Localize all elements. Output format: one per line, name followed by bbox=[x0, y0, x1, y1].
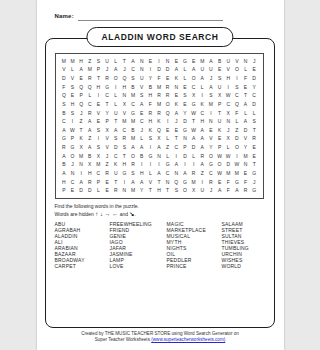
grid-cell: A bbox=[129, 143, 138, 152]
grid-cell: G bbox=[146, 152, 155, 161]
grid-cell: M bbox=[207, 100, 216, 109]
grid-cell: S bbox=[94, 57, 103, 66]
grid-cell: A bbox=[198, 161, 207, 170]
grid-cell: L bbox=[250, 109, 259, 118]
grid-cell: C bbox=[129, 66, 138, 75]
grid-cell: S bbox=[137, 92, 146, 101]
grid-cell: Y bbox=[241, 143, 250, 152]
grid-cell: T bbox=[172, 135, 181, 144]
grid-cell: B bbox=[146, 83, 155, 92]
grid-cell: T bbox=[120, 152, 129, 161]
grid-cell: H bbox=[120, 83, 129, 92]
grid-cell: A bbox=[137, 143, 146, 152]
grid-cell: M bbox=[68, 57, 77, 66]
grid-cell: N bbox=[137, 57, 146, 66]
grid-cell: D bbox=[181, 152, 190, 161]
grid-cell: M bbox=[120, 117, 129, 126]
grid-cell: N bbox=[137, 66, 146, 75]
grid-cell: P bbox=[103, 117, 112, 126]
grid-cell: W bbox=[224, 152, 233, 161]
grid-cell: S bbox=[68, 83, 77, 92]
puzzle-grid-box: MMHZSULTANEINEGEMABUVNJVLAMPJAJCNIDDALAU… bbox=[55, 53, 264, 199]
grid-cell: P bbox=[68, 135, 77, 144]
grid-cell: A bbox=[85, 117, 94, 126]
grid-cell: S bbox=[233, 83, 242, 92]
grid-cell: R bbox=[163, 92, 172, 101]
grid-cell: P bbox=[215, 100, 224, 109]
grid-cell: O bbox=[207, 152, 216, 161]
grid-cell: X bbox=[224, 135, 233, 144]
footer-credit: Created by THE MUSIC TEACHER STORE using… bbox=[37, 331, 284, 342]
grid-cell: I bbox=[172, 152, 181, 161]
grid-cell: C bbox=[94, 169, 103, 178]
grid-cell: J bbox=[137, 126, 146, 135]
grid-cell: D bbox=[181, 117, 190, 126]
grid-cell: L bbox=[94, 186, 103, 195]
grid-cell: H bbox=[137, 169, 146, 178]
grid-cell: S bbox=[129, 169, 138, 178]
grid-cell: F bbox=[241, 74, 250, 83]
grid-cell: R bbox=[120, 135, 129, 144]
grid-cell: Z bbox=[77, 117, 86, 126]
grid-cell: L bbox=[181, 74, 190, 83]
grid-cell: I bbox=[120, 178, 129, 187]
grid-cell: V bbox=[94, 109, 103, 118]
grid-cell: R bbox=[241, 186, 250, 195]
footer-line2: Super Teacher Worksheets (www.superteach… bbox=[37, 337, 284, 343]
grid-cell: S bbox=[146, 135, 155, 144]
grid-cell: I bbox=[233, 152, 242, 161]
grid-cell: K bbox=[146, 126, 155, 135]
grid-cell: T bbox=[120, 57, 129, 66]
grid-cell: I bbox=[224, 83, 233, 92]
grid-cell: E bbox=[172, 57, 181, 66]
instructions-find: Find the following words in the puzzle. bbox=[55, 203, 140, 209]
grid-cell: E bbox=[181, 83, 190, 92]
grid-cell: K bbox=[172, 100, 181, 109]
grid-cell: U bbox=[215, 117, 224, 126]
grid-cell: C bbox=[129, 100, 138, 109]
grid-cell: T bbox=[111, 117, 120, 126]
grid-cell: W bbox=[224, 92, 233, 101]
grid-cell: A bbox=[172, 161, 181, 170]
grid-cell: I bbox=[77, 169, 86, 178]
grid-cell: I bbox=[233, 74, 242, 83]
grid-cell: X bbox=[77, 143, 86, 152]
grid-cell: R bbox=[146, 109, 155, 118]
grid-cell: H bbox=[224, 74, 233, 83]
grid-cell: L bbox=[181, 66, 190, 75]
grid-cell: M bbox=[60, 57, 69, 66]
grid-cell: P bbox=[77, 92, 86, 101]
grid-cell: L bbox=[146, 169, 155, 178]
grid-cell: L bbox=[163, 152, 172, 161]
grid-cell: P bbox=[181, 143, 190, 152]
grid-cell: G bbox=[181, 57, 190, 66]
puzzle-title: ALADDIN WORD SEARCH bbox=[86, 27, 233, 47]
grid-cell: D bbox=[111, 143, 120, 152]
grid-cell: N bbox=[241, 161, 250, 170]
grid-cell: E bbox=[250, 143, 259, 152]
grid-cell: A bbox=[198, 126, 207, 135]
grid-cell: E bbox=[103, 178, 112, 187]
grid-cell: M bbox=[241, 152, 250, 161]
grid-cell: V bbox=[207, 135, 216, 144]
grid-cell: G bbox=[163, 161, 172, 170]
grid-cell: N bbox=[224, 117, 233, 126]
grid-cell: J bbox=[120, 66, 129, 75]
instructions-directions: Words are hidden ↑ ↓ → ← and ↘. bbox=[55, 210, 136, 217]
grid-cell: A bbox=[85, 143, 94, 152]
grid-cell: O bbox=[233, 143, 242, 152]
grid-cell: E bbox=[215, 135, 224, 144]
grid-cell: U bbox=[215, 83, 224, 92]
grid-cell: E bbox=[137, 109, 146, 118]
grid-cell: A bbox=[111, 66, 120, 75]
grid-cell: N bbox=[120, 186, 129, 195]
grid-cell: G bbox=[250, 169, 259, 178]
grid-cell: C bbox=[85, 100, 94, 109]
grid-cell: G bbox=[233, 178, 242, 187]
grid-cell: C bbox=[60, 117, 69, 126]
grid-cell: S bbox=[94, 143, 103, 152]
grid-cell: I bbox=[137, 161, 146, 170]
grid-cell: D bbox=[224, 161, 233, 170]
grid-cell: C bbox=[224, 100, 233, 109]
grid-cell: X bbox=[189, 92, 198, 101]
grid-cell: T bbox=[146, 186, 155, 195]
grid-cell: M bbox=[94, 161, 103, 170]
grid-cell: A bbox=[241, 117, 250, 126]
grid-cell: R bbox=[85, 74, 94, 83]
grid-cell: M bbox=[129, 135, 138, 144]
grid-cell: I bbox=[146, 143, 155, 152]
grid-cell: G bbox=[129, 109, 138, 118]
grid-cell: D bbox=[241, 126, 250, 135]
grid-cell: E bbox=[241, 169, 250, 178]
grid-cell: J bbox=[250, 57, 259, 66]
grid-cell: V bbox=[241, 135, 250, 144]
word-column-1: ABUAGRABAHALADDINALIARABIANBAZAARBROADWA… bbox=[55, 221, 110, 269]
grid-cell: H bbox=[146, 92, 155, 101]
grid-cell: R bbox=[155, 92, 164, 101]
grid-cell: M bbox=[189, 178, 198, 187]
grid-cell: G bbox=[68, 143, 77, 152]
grid-cell: P bbox=[94, 178, 103, 187]
grid-cell: R bbox=[207, 178, 216, 187]
grid-cell: B bbox=[129, 83, 138, 92]
grid-cell: E bbox=[163, 126, 172, 135]
grid-cell: Y bbox=[250, 83, 259, 92]
grid-cell: L bbox=[68, 66, 77, 75]
grid-cell: L bbox=[241, 66, 250, 75]
word-item: CARPET bbox=[55, 263, 110, 269]
grid-cell: I bbox=[207, 109, 216, 118]
grid-cell: K bbox=[111, 161, 120, 170]
grid-cell: U bbox=[207, 66, 216, 75]
grid-cell: K bbox=[77, 135, 86, 144]
grid-cell: Y bbox=[103, 109, 112, 118]
grid-cell: L bbox=[111, 100, 120, 109]
word-column-3: MAGICMARKETPLACEMUSICALMYTHNIGHTSOILPEDD… bbox=[167, 221, 222, 269]
grid-cell: E bbox=[77, 74, 86, 83]
footer-line2-text: Super Teacher Worksheets bbox=[95, 337, 150, 342]
grid-cell: H bbox=[85, 169, 94, 178]
grid-cell: E bbox=[250, 66, 259, 75]
grid-cell: C bbox=[68, 178, 77, 187]
grid-cell: G bbox=[103, 83, 112, 92]
grid-cell: L bbox=[198, 83, 207, 92]
grid-cell: S bbox=[60, 100, 69, 109]
grid-cell: R bbox=[189, 169, 198, 178]
grid-cell: B bbox=[215, 57, 224, 66]
grid-cell: E bbox=[215, 178, 224, 187]
grid-cell: U bbox=[198, 186, 207, 195]
grid-cell: M bbox=[224, 169, 233, 178]
grid-cell: J bbox=[103, 66, 112, 75]
grid-cell: A bbox=[233, 186, 242, 195]
grid-cell: M bbox=[129, 186, 138, 195]
word-item: LOVE bbox=[110, 263, 167, 269]
grid-cell: E bbox=[68, 186, 77, 195]
grid-cell: A bbox=[129, 57, 138, 66]
grid-cell: N bbox=[181, 135, 190, 144]
grid-cell: W bbox=[68, 126, 77, 135]
grid-cell: A bbox=[60, 169, 69, 178]
name-blank-line bbox=[78, 13, 223, 21]
grid-cell: L bbox=[224, 143, 233, 152]
grid-cell: I bbox=[94, 92, 103, 101]
grid-cell: C bbox=[103, 92, 112, 101]
grid-cell: A bbox=[77, 178, 86, 187]
grid-cell: O bbox=[111, 74, 120, 83]
word-item: WORLD bbox=[222, 263, 267, 269]
grid-cell: U bbox=[111, 109, 120, 118]
grid-cell: T bbox=[189, 117, 198, 126]
grid-cell: U bbox=[198, 66, 207, 75]
grid-cell: L bbox=[189, 152, 198, 161]
grid-cell: N bbox=[172, 83, 181, 92]
grid-cell: Q bbox=[233, 100, 242, 109]
grid-cell: N bbox=[155, 152, 164, 161]
name-label: Name: bbox=[55, 13, 74, 19]
grid-cell: H bbox=[77, 57, 86, 66]
grid-cell: N bbox=[163, 178, 172, 187]
grid-cell: J bbox=[103, 152, 112, 161]
grid-cell: E bbox=[163, 74, 172, 83]
grid-cell: M bbox=[77, 152, 86, 161]
grid-cell: P bbox=[94, 66, 103, 75]
letter-grid: MMHZSULTANEINEGEMABUVNJVLAMPJAJCNIDDALAU… bbox=[60, 57, 259, 195]
grid-cell: N bbox=[120, 92, 129, 101]
grid-cell: X bbox=[85, 161, 94, 170]
grid-cell: J bbox=[172, 117, 181, 126]
grid-cell: A bbox=[198, 143, 207, 152]
grid-cell: J bbox=[77, 109, 86, 118]
grid-cell: N bbox=[68, 169, 77, 178]
grid-cell: N bbox=[241, 57, 250, 66]
word-column-4: SALAAMSTREETSULTANTHIEVESTUMBLINGURCHINW… bbox=[222, 221, 267, 269]
grid-cell: N bbox=[163, 57, 172, 66]
grid-cell: T bbox=[103, 100, 112, 109]
grid-cell: E bbox=[103, 186, 112, 195]
grid-cell: T bbox=[215, 109, 224, 118]
grid-cell: S bbox=[68, 109, 77, 118]
grid-cell: B bbox=[60, 109, 69, 118]
grid-cell: A bbox=[137, 100, 146, 109]
grid-cell: D bbox=[77, 186, 86, 195]
grid-cell: F bbox=[224, 186, 233, 195]
grid-cell: E bbox=[215, 66, 224, 75]
grid-cell: R bbox=[85, 178, 94, 187]
grid-cell: M bbox=[198, 57, 207, 66]
grid-cell: R bbox=[155, 109, 164, 118]
grid-cell: Z bbox=[85, 57, 94, 66]
grid-cell: D bbox=[163, 66, 172, 75]
grid-cell: Z bbox=[103, 161, 112, 170]
grid-cell: V bbox=[233, 57, 242, 66]
grid-cell: A bbox=[77, 66, 86, 75]
grid-cell: Y bbox=[207, 143, 216, 152]
grid-cell: N bbox=[172, 169, 181, 178]
grid-cell: T bbox=[250, 161, 259, 170]
grid-cell: T bbox=[77, 126, 86, 135]
grid-cell: K bbox=[198, 100, 207, 109]
grid-cell: G bbox=[250, 186, 259, 195]
grid-cell: Y bbox=[146, 74, 155, 83]
grid-cell: G bbox=[189, 100, 198, 109]
grid-cell: A bbox=[198, 74, 207, 83]
grid-cell: H bbox=[120, 161, 129, 170]
grid-cell: R bbox=[129, 161, 138, 170]
worksheet-page: Name: ALADDIN WORD SEARCH MMHZSULTANEINE… bbox=[37, 0, 284, 350]
grid-cell: D bbox=[189, 143, 198, 152]
grid-cell: C bbox=[189, 83, 198, 92]
grid-cell: H bbox=[198, 117, 207, 126]
grid-cell: O bbox=[129, 152, 138, 161]
grid-cell: V bbox=[103, 135, 112, 144]
grid-cell: O bbox=[233, 66, 242, 75]
grid-cell: O bbox=[163, 100, 172, 109]
grid-cell: R bbox=[163, 83, 172, 92]
grid-cell: I bbox=[198, 92, 207, 101]
grid-cell: K bbox=[172, 74, 181, 83]
grid-cell: R bbox=[250, 135, 259, 144]
grid-cell: A bbox=[207, 83, 216, 92]
grid-cell: P bbox=[215, 143, 224, 152]
grid-cell: A bbox=[198, 135, 207, 144]
grid-cell: E bbox=[146, 57, 155, 66]
grid-cell: W bbox=[215, 169, 224, 178]
grid-cell: J bbox=[224, 126, 233, 135]
grid-cell: J bbox=[207, 74, 216, 83]
grid-cell: L bbox=[137, 135, 146, 144]
grid-cell: R bbox=[103, 74, 112, 83]
grid-cell: N bbox=[77, 161, 86, 170]
grid-cell: Z bbox=[85, 135, 94, 144]
grid-cell: E bbox=[94, 100, 103, 109]
grid-cell: T bbox=[163, 186, 172, 195]
grid-cell: E bbox=[172, 126, 181, 135]
grid-cell: R bbox=[103, 169, 112, 178]
grid-cell: E bbox=[189, 57, 198, 66]
grid-cell: S bbox=[111, 135, 120, 144]
grid-cell: C bbox=[207, 169, 216, 178]
grid-cell: O bbox=[181, 186, 190, 195]
grid-cell: Z bbox=[198, 169, 207, 178]
grid-cell: S bbox=[250, 117, 259, 126]
grid-cell: D bbox=[250, 100, 259, 109]
grid-cell: R bbox=[111, 186, 120, 195]
grid-cell: V bbox=[68, 74, 77, 83]
grid-cell: F bbox=[224, 178, 233, 187]
grid-cell: I bbox=[146, 161, 155, 170]
grid-cell: E bbox=[241, 83, 250, 92]
grid-cell: U bbox=[137, 74, 146, 83]
grid-cell: J bbox=[68, 161, 77, 170]
grid-cell: U bbox=[103, 57, 112, 66]
grid-cell: T bbox=[250, 126, 259, 135]
grid-cell: E bbox=[172, 92, 181, 101]
grid-cell: W bbox=[233, 161, 242, 170]
grid-cell: U bbox=[224, 57, 233, 66]
grid-cell: G bbox=[181, 178, 190, 187]
grid-cell: M bbox=[155, 100, 164, 109]
grid-cell: T bbox=[111, 178, 120, 187]
grid-cell: I bbox=[94, 135, 103, 144]
grid-cell: V bbox=[224, 66, 233, 75]
grid-cell: I bbox=[146, 66, 155, 75]
grid-cell: A bbox=[60, 126, 69, 135]
grid-cell: X bbox=[215, 92, 224, 101]
grid-cell: M bbox=[129, 117, 138, 126]
grid-cell: R bbox=[198, 152, 207, 161]
grid-cell: U bbox=[111, 169, 120, 178]
grid-cell: X bbox=[189, 186, 198, 195]
grid-cell: Q bbox=[163, 109, 172, 118]
grid-cell: L bbox=[241, 109, 250, 118]
grid-cell: Q bbox=[77, 83, 86, 92]
grid-cell: A bbox=[241, 100, 250, 109]
grid-cell: D bbox=[60, 74, 69, 83]
grid-cell: H bbox=[68, 100, 77, 109]
grid-cell: I bbox=[181, 161, 190, 170]
grid-cell: M bbox=[155, 83, 164, 92]
grid-cell: V bbox=[137, 83, 146, 92]
grid-cell: E bbox=[94, 117, 103, 126]
grid-cell: Q bbox=[155, 126, 164, 135]
grid-cell: F bbox=[60, 83, 69, 92]
grid-cell: A bbox=[137, 178, 146, 187]
grid-cell: B bbox=[85, 152, 94, 161]
grid-cell: S bbox=[181, 92, 190, 101]
grid-cell: I bbox=[198, 178, 207, 187]
grid-cell: H bbox=[155, 186, 164, 195]
grid-cell: D bbox=[233, 135, 242, 144]
grid-cell: W bbox=[189, 126, 198, 135]
grid-cell: G bbox=[207, 161, 216, 170]
grid-cell: L bbox=[85, 92, 94, 101]
worksheet-link[interactable]: (www.superteacherworksheets.com) bbox=[151, 337, 225, 342]
grid-cell: R bbox=[60, 143, 69, 152]
grid-cell: C bbox=[137, 117, 146, 126]
grid-cell: M bbox=[129, 92, 138, 101]
grid-cell: W bbox=[189, 109, 198, 118]
grid-cell: V bbox=[60, 66, 69, 75]
grid-cell: F bbox=[146, 100, 155, 109]
grid-cell: Z bbox=[163, 143, 172, 152]
grid-cell: X bbox=[94, 152, 103, 161]
